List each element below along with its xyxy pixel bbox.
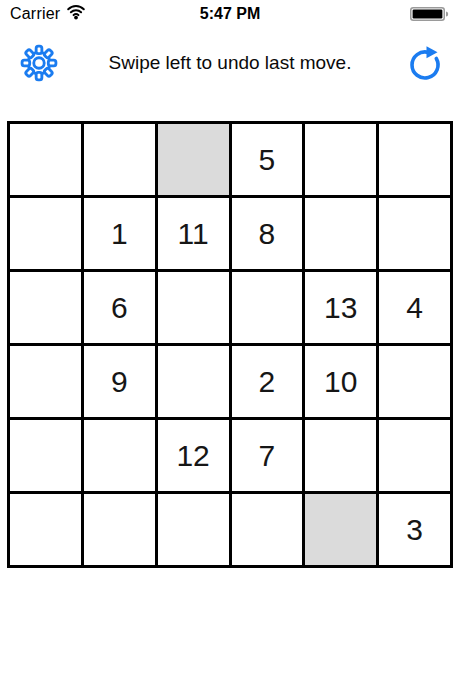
cell-r3c5[interactable] <box>379 346 450 417</box>
cell-r1c4[interactable] <box>305 198 376 269</box>
cell-r4c4[interactable] <box>305 420 376 491</box>
cell-r3c0[interactable] <box>10 346 81 417</box>
cell-r1c0[interactable] <box>10 198 81 269</box>
cell-r4c3[interactable]: 7 <box>232 420 303 491</box>
cell-r1c1[interactable]: 1 <box>84 198 155 269</box>
cell-r4c2[interactable]: 12 <box>158 420 229 491</box>
cell-r0c5[interactable] <box>379 124 450 195</box>
cell-r3c4[interactable]: 10 <box>305 346 376 417</box>
puzzle-grid: 51118613492101273 <box>7 121 453 568</box>
cell-r3c2[interactable] <box>158 346 229 417</box>
refresh-icon <box>404 72 446 87</box>
status-bar: Carrier 5:47 PM <box>0 0 460 28</box>
cell-r2c0[interactable] <box>10 272 81 343</box>
cell-r0c1[interactable] <box>84 124 155 195</box>
cell-r0c3[interactable]: 5 <box>232 124 303 195</box>
cell-r0c2 <box>158 124 229 195</box>
cell-r0c0[interactable] <box>10 124 81 195</box>
cell-r4c1[interactable] <box>84 420 155 491</box>
status-time: 5:47 PM <box>0 0 460 28</box>
cell-r5c5[interactable]: 3 <box>379 494 450 565</box>
gear-icon <box>20 71 58 86</box>
cell-r5c2[interactable] <box>158 494 229 565</box>
battery-icon <box>410 7 449 25</box>
cell-r5c1[interactable] <box>84 494 155 565</box>
cell-r1c5[interactable] <box>379 198 450 269</box>
cell-r2c2[interactable] <box>158 272 229 343</box>
toolbar: Swipe left to undo last move. <box>0 36 460 90</box>
cell-r5c3[interactable] <box>232 494 303 565</box>
cell-r5c0[interactable] <box>10 494 81 565</box>
refresh-button[interactable] <box>404 42 446 84</box>
cell-r3c3[interactable]: 2 <box>232 346 303 417</box>
settings-button[interactable] <box>20 43 58 83</box>
cell-r2c1[interactable]: 6 <box>84 272 155 343</box>
cell-r0c4[interactable] <box>305 124 376 195</box>
cell-r2c5[interactable]: 4 <box>379 272 450 343</box>
cell-r1c2[interactable]: 11 <box>158 198 229 269</box>
cell-r5c4 <box>305 494 376 565</box>
cell-r4c0[interactable] <box>10 420 81 491</box>
cell-r2c4[interactable]: 13 <box>305 272 376 343</box>
cell-r4c5[interactable] <box>379 420 450 491</box>
cell-r2c3[interactable] <box>232 272 303 343</box>
cell-r3c1[interactable]: 9 <box>84 346 155 417</box>
hint-message: Swipe left to undo last move. <box>60 36 400 90</box>
cell-r1c3[interactable]: 8 <box>232 198 303 269</box>
